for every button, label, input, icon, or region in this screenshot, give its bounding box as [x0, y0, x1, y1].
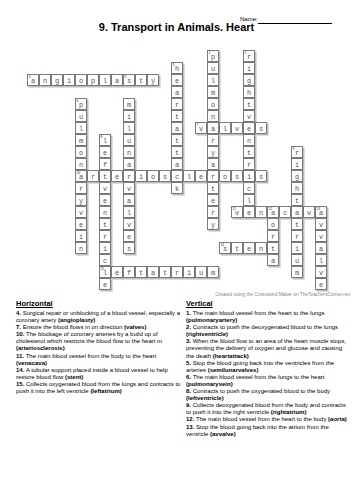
grid-cell[interactable]: s: [231, 170, 243, 182]
cell-letter: u: [292, 257, 302, 265]
grid-cell[interactable]: v: [123, 182, 135, 194]
grid-cell[interactable]: t: [291, 194, 303, 206]
cell-letter: r: [292, 233, 302, 241]
clue-item-answer: (semilunarvalves): [208, 367, 259, 373]
grid-cell[interactable]: g: [243, 74, 255, 86]
grid-cell[interactable]: h: [243, 86, 255, 98]
grid-cell[interactable]: t: [171, 134, 183, 146]
cell-letter: o: [148, 173, 158, 181]
cell-letter: s: [124, 245, 134, 253]
cell-letter: p: [208, 53, 218, 61]
grid-cell[interactable]: e: [243, 206, 255, 218]
grid-cell[interactable]: u: [123, 134, 135, 146]
grid-cell[interactable]: n: [255, 206, 267, 218]
cell-letter: h: [172, 65, 182, 73]
grid-cell[interactable]: 8l: [99, 134, 111, 146]
clue-item-text: A tubular support placed inside a blood …: [16, 367, 168, 380]
grid-cell[interactable]: r: [171, 266, 183, 278]
cell-letter: a: [124, 197, 134, 205]
grid-cell[interactable]: e: [99, 278, 111, 290]
grid-cell[interactable]: a: [315, 242, 327, 254]
cell-letter: r: [292, 149, 302, 157]
cell-letter: a: [112, 77, 122, 85]
grid-cell[interactable]: m: [291, 266, 303, 278]
cell-letter: h: [244, 89, 254, 97]
cell-letter: a: [208, 161, 218, 169]
grid-cell[interactable]: y: [207, 146, 219, 158]
grid-cell[interactable]: u: [291, 254, 303, 266]
clue-item-text: When the blood flow to an area of the he…: [186, 338, 346, 358]
clue-item-answer: (leftventricle): [186, 395, 224, 401]
cell-letter: i: [100, 245, 110, 253]
grid-cell[interactable]: y: [75, 194, 87, 206]
grid-cell[interactable]: 2r: [243, 50, 255, 62]
grid-cell[interactable]: t: [267, 242, 279, 254]
cell-letter: l: [244, 197, 254, 205]
grid-cell[interactable]: o: [75, 146, 87, 158]
clue-item: 6. The main blood vessel from the lungs …: [186, 374, 350, 388]
grid-cell[interactable]: e: [171, 74, 183, 86]
cell-letter: h: [292, 185, 302, 193]
cell-letter: n: [208, 113, 218, 121]
cell-letter: r: [124, 173, 134, 181]
clue-item-number: 3.: [186, 338, 193, 344]
clue-item: 11. The main blood vessel from the body …: [16, 353, 181, 367]
clue-item-text: The main blood vessel from the heart to …: [193, 310, 325, 316]
cell-letter: e: [172, 77, 182, 85]
grid-cell[interactable]: s: [255, 170, 267, 182]
grid-cell[interactable]: t: [135, 266, 147, 278]
cell-letter: r: [208, 209, 218, 217]
cell-letter: l: [124, 125, 134, 133]
cell-letter: l: [316, 257, 326, 265]
grid-cell[interactable]: l: [219, 122, 231, 134]
grid-cell[interactable]: i: [63, 74, 75, 86]
cell-letter: v: [304, 209, 314, 217]
clue-item-answer: (valves): [124, 324, 146, 330]
cell-letter: v: [232, 125, 242, 133]
clue-item-text: Contracts to push the deoxygenated blood…: [193, 324, 338, 330]
cell-letter: e: [112, 173, 122, 181]
cell-letter: a: [268, 209, 278, 217]
clue-item-answer: (arteriosclerosis): [16, 345, 65, 351]
grid-cell[interactable]: y: [207, 218, 219, 230]
cell-letter: i: [184, 269, 194, 277]
grid-cell[interactable]: a: [207, 158, 219, 170]
horizontal-clues-list: 4. Surgical repair or unblocking of a bl…: [16, 310, 181, 395]
cell-letter: v: [316, 221, 326, 229]
cell-letter: u: [124, 137, 134, 145]
grid-cell[interactable]: i: [291, 242, 303, 254]
cell-letter: s: [124, 77, 134, 85]
cell-letter: r: [88, 173, 98, 181]
grid-cell[interactable]: s: [123, 242, 135, 254]
cell-letter: a: [148, 269, 158, 277]
grid-cell[interactable]: m: [207, 86, 219, 98]
cell-letter: r: [172, 269, 182, 277]
grid-cell[interactable]: s: [255, 122, 267, 134]
clue-item-answer: (rightatrium): [271, 409, 307, 415]
grid-cell[interactable]: e: [315, 278, 327, 290]
clue-item-number: 8.: [186, 388, 193, 394]
grid-cell[interactable]: e: [99, 194, 111, 206]
grid-cell[interactable]: v: [303, 206, 315, 218]
crossword-grid: 1p2r3hui4angiopla5styelgamh6pmrotuitnvll…: [27, 50, 327, 290]
grid-cell[interactable]: r: [171, 98, 183, 110]
grid-cell[interactable]: u: [75, 110, 87, 122]
grid-cell[interactable]: r: [99, 230, 111, 242]
cell-letter: l: [76, 125, 86, 133]
grid-cell[interactable]: r: [267, 230, 279, 242]
clue-item-answer: (heartattack): [213, 353, 249, 359]
grid-cell[interactable]: v: [99, 182, 111, 194]
cell-letter: m: [208, 269, 218, 277]
grid-cell[interactable]: t: [231, 242, 243, 254]
grid-cell[interactable]: k: [171, 182, 183, 194]
grid-cell[interactable]: i: [99, 242, 111, 254]
cell-letter: c: [100, 257, 110, 265]
clue-item-text: Stop the blood going back into the atriu…: [186, 424, 329, 437]
grid-cell[interactable]: u: [207, 62, 219, 74]
grid-cell[interactable]: t: [171, 110, 183, 122]
grid-cell[interactable]: e: [207, 194, 219, 206]
grid-cell[interactable]: 15l: [99, 266, 111, 278]
grid-cell[interactable]: n: [75, 242, 87, 254]
cell-letter: i: [292, 161, 302, 169]
cell-letter: e: [244, 245, 254, 253]
grid-cell[interactable]: e: [195, 170, 207, 182]
cell-letter: n: [124, 149, 134, 157]
attribution-text: Created using the Crossword Maker on The…: [215, 292, 350, 297]
grid-cell[interactable]: r: [243, 158, 255, 170]
clue-item-number: 10.: [16, 331, 26, 337]
clue-item-number: 14.: [16, 367, 26, 373]
grid-cell[interactable]: a: [291, 206, 303, 218]
cell-letter: v: [232, 209, 242, 217]
cell-letter: r: [208, 137, 218, 145]
cell-letter: r: [172, 101, 182, 109]
grid-cell[interactable]: h: [291, 182, 303, 194]
cell-letter: e: [196, 173, 206, 181]
grid-cell[interactable]: i: [183, 266, 195, 278]
grid-cell[interactable]: 9r: [291, 146, 303, 158]
grid-cell[interactable]: n: [75, 158, 87, 170]
grid-cell[interactable]: i: [75, 230, 87, 242]
grid-cell[interactable]: 7v: [195, 122, 207, 134]
vertical-clues-list: 1. The main blood vessel from the heart …: [186, 310, 350, 438]
clue-item: 1. The main blood vessel from the heart …: [186, 310, 350, 324]
grid-cell[interactable]: i: [243, 170, 255, 182]
grid-cell[interactable]: a: [111, 74, 123, 86]
grid-cell[interactable]: v: [243, 110, 255, 122]
clue-item: 12. The main blood vessel from the heart…: [186, 416, 350, 423]
cell-letter: v: [124, 185, 134, 193]
grid-cell[interactable]: y: [147, 74, 159, 86]
grid-cell[interactable]: c: [279, 206, 291, 218]
grid-cell[interactable]: 6p: [75, 98, 87, 110]
cell-letter: c: [172, 173, 182, 181]
grid-cell[interactable]: m: [123, 98, 135, 110]
cell-letter: v: [316, 233, 326, 241]
cell-letter: e: [112, 269, 122, 277]
clue-item-text: The main blood vessel from the heart to …: [196, 416, 328, 422]
clue-item-answer: (rightventricle): [186, 331, 228, 337]
grid-cell[interactable]: 11v: [231, 206, 243, 218]
grid-cell[interactable]: s: [159, 170, 171, 182]
grid-cell[interactable]: i: [291, 158, 303, 170]
grid-cell[interactable]: l: [75, 122, 87, 134]
cell-letter: e: [76, 221, 86, 229]
grid-cell[interactable]: a: [171, 122, 183, 134]
grid-cell[interactable]: 12a: [267, 206, 279, 218]
cell-letter: l: [220, 125, 230, 133]
grid-cell[interactable]: m: [207, 266, 219, 278]
grid-cell[interactable]: c: [171, 170, 183, 182]
cell-letter: n: [256, 209, 266, 217]
grid-cell[interactable]: t: [291, 218, 303, 230]
horizontal-clues-header: Horizontal: [16, 299, 181, 308]
grid-cell[interactable]: e: [99, 146, 111, 158]
clue-item-number: 7.: [16, 324, 23, 330]
cell-letter: s: [256, 173, 266, 181]
grid-cell[interactable]: o: [147, 170, 159, 182]
grid-cell[interactable]: v: [315, 218, 327, 230]
cell-letter: e: [316, 281, 326, 289]
cell-letter: i: [244, 65, 254, 73]
cell-letter: l: [100, 77, 110, 85]
clue-item-number: 6.: [186, 374, 193, 380]
grid-cell[interactable]: 14s: [219, 242, 231, 254]
grid-cell[interactable]: g: [51, 74, 63, 86]
clue-item-answer: (avvalve): [210, 431, 236, 437]
grid-cell[interactable]: e: [243, 122, 255, 134]
grid-cell[interactable]: 3h: [171, 62, 183, 74]
cell-letter: v: [76, 209, 86, 217]
cell-letter: t: [100, 173, 110, 181]
cell-letter: l: [124, 209, 134, 217]
clue-item: 8. Contracts to push the oxygenated bloo…: [186, 388, 350, 402]
clue-item-number: 11.: [16, 353, 26, 359]
grid-cell[interactable]: a: [147, 266, 159, 278]
grid-cell[interactable]: 4a: [27, 74, 39, 86]
cell-letter: a: [124, 161, 134, 169]
grid-cell[interactable]: n: [39, 74, 51, 86]
cell-letter: v: [124, 221, 134, 229]
cell-letter: s: [160, 173, 170, 181]
clue-item: 14. A tubular support placed inside a bl…: [16, 367, 181, 381]
cell-letter: p: [76, 101, 86, 109]
clue-item-text: Contracts to push the oxygenated blood t…: [193, 388, 330, 394]
grid-cell[interactable]: e: [111, 266, 123, 278]
grid-cell[interactable]: a: [123, 158, 135, 170]
grid-cell[interactable]: 13a: [315, 206, 327, 218]
grid-cell[interactable]: l: [315, 254, 327, 266]
grid-cell[interactable]: a: [267, 254, 279, 266]
grid-cell[interactable]: f: [99, 158, 111, 170]
cell-letter: t: [292, 221, 302, 229]
grid-cell[interactable]: v: [123, 218, 135, 230]
cell-letter: t: [172, 113, 182, 121]
cell-letter: r: [268, 233, 278, 241]
cell-letter: n: [100, 209, 110, 217]
clue-item: 3. When the blood flow to an area of the…: [186, 338, 350, 359]
cell-letter: y: [208, 221, 218, 229]
clue-item: 7. Ensure the blood flows in on directio…: [16, 324, 181, 331]
clue-item-number: 4.: [16, 310, 23, 316]
grid-cell[interactable]: r: [207, 206, 219, 218]
cell-letter: t: [208, 185, 218, 193]
clue-item: 9. Collects deoxygenated blood from the …: [186, 402, 350, 416]
cell-letter: a: [316, 245, 326, 253]
grid-cell[interactable]: a: [171, 86, 183, 98]
cell-letter: i: [76, 233, 86, 241]
grid-cell[interactable]: n: [207, 110, 219, 122]
grid-cell[interactable]: m: [75, 134, 87, 146]
clue-item-answer: (stent): [65, 374, 83, 380]
cell-letter: t: [136, 77, 146, 85]
grid-cell[interactable]: f: [123, 266, 135, 278]
cell-letter: r: [100, 233, 110, 241]
cell-letter: m: [208, 89, 218, 97]
clue-item-answer: (angioplasty): [58, 317, 95, 323]
grid-cell[interactable]: r: [123, 170, 135, 182]
clue-item-answer: (aorta): [328, 416, 347, 422]
cell-letter: e: [100, 197, 110, 205]
clue-lists: Horizontal 4. Surgical repair or unblock…: [16, 299, 350, 438]
grid-cell[interactable]: e: [123, 230, 135, 242]
grid-cell[interactable]: v: [75, 206, 87, 218]
grid-cell[interactable]: r: [207, 134, 219, 146]
cell-letter: l: [208, 77, 218, 85]
grid-cell[interactable]: v: [231, 122, 243, 134]
grid-cell[interactable]: r: [207, 170, 219, 182]
clue-item-text: The main blood vessel from the lungs to …: [193, 374, 325, 380]
cell-letter: o: [268, 221, 278, 229]
grid-cell[interactable]: n: [123, 146, 135, 158]
cell-letter: i: [244, 173, 254, 181]
grid-cell[interactable]: n: [99, 206, 111, 218]
clue-item-number: 15.: [16, 381, 26, 387]
clue-item-number: 2.: [186, 324, 193, 330]
grid-cell[interactable]: a: [207, 122, 219, 134]
grid-cell[interactable]: i: [135, 170, 147, 182]
grid-cell[interactable]: l: [123, 206, 135, 218]
cell-letter: a: [172, 125, 182, 133]
grid-cell[interactable]: g: [291, 170, 303, 182]
cell-letter: n: [244, 137, 254, 145]
clue-item-text: Collects deoxygenated blood from the bod…: [186, 402, 346, 415]
clue-item-text: The main blood vessel from the body to t…: [26, 353, 156, 359]
cell-letter: r: [244, 161, 254, 169]
cell-letter: t: [244, 101, 254, 109]
cell-letter: i: [64, 77, 74, 85]
cell-letter: t: [160, 269, 170, 277]
horizontal-clues-section: Horizontal 4. Surgical repair or unblock…: [16, 299, 181, 438]
cell-letter: t: [172, 137, 182, 145]
cell-letter: e: [124, 233, 134, 241]
grid-cell[interactable]: a: [123, 194, 135, 206]
cell-letter: e: [100, 281, 110, 289]
grid-cell[interactable]: l: [207, 74, 219, 86]
grid-cell[interactable]: r: [75, 182, 87, 194]
clue-item-text: Ensure the blood flows in on direction: [23, 324, 124, 330]
cell-letter: n: [76, 161, 86, 169]
clue-item-answer: (leftatrium): [90, 388, 121, 394]
cell-letter: m: [76, 137, 86, 145]
clue-item-answer: (pulmonaryartery): [186, 317, 237, 323]
grid-cell[interactable]: t: [159, 266, 171, 278]
grid-cell[interactable]: t: [99, 170, 111, 182]
cell-letter: n: [256, 245, 266, 253]
grid-cell[interactable]: t: [99, 218, 111, 230]
grid-cell[interactable]: l: [123, 122, 135, 134]
grid-cell[interactable]: i: [123, 110, 135, 122]
clue-item: 13. Stop the blood going back into the a…: [186, 424, 350, 438]
grid-cell[interactable]: 10a: [75, 170, 87, 182]
grid-cell[interactable]: t: [135, 74, 147, 86]
grid-cell[interactable]: l: [243, 194, 255, 206]
cell-letter: t: [172, 149, 182, 157]
grid-cell[interactable]: l: [99, 74, 111, 86]
clue-item-text: The blockage of coronary arteries by a b…: [16, 331, 162, 344]
grid-cell[interactable]: o: [75, 74, 87, 86]
cell-letter: m: [124, 101, 134, 109]
cell-letter: t: [292, 197, 302, 205]
grid-cell[interactable]: n: [243, 134, 255, 146]
cell-letter: t: [232, 245, 242, 253]
grid-cell[interactable]: c: [99, 254, 111, 266]
grid-cell[interactable]: 1p: [207, 50, 219, 62]
cell-letter: u: [208, 65, 218, 73]
grid-cell[interactable]: t: [243, 98, 255, 110]
grid-cell[interactable]: u: [195, 266, 207, 278]
grid-cell[interactable]: c: [243, 182, 255, 194]
cell-letter: a: [316, 209, 326, 217]
cell-letter: i: [136, 173, 146, 181]
cell-letter: o: [220, 173, 230, 181]
cell-letter: u: [196, 269, 206, 277]
grid-cell[interactable]: e: [75, 218, 87, 230]
grid-cell[interactable]: n: [255, 242, 267, 254]
grid-cell[interactable]: i: [243, 62, 255, 74]
grid-cell[interactable]: o: [267, 218, 279, 230]
grid-cell[interactable]: l: [183, 170, 195, 182]
cell-letter: a: [172, 161, 182, 169]
cell-letter: t: [136, 269, 146, 277]
grid-cell[interactable]: t: [243, 146, 255, 158]
cell-letter: g: [292, 173, 302, 181]
cell-letter: a: [76, 173, 86, 181]
grid-cell[interactable]: t: [171, 146, 183, 158]
grid-cell[interactable]: e: [243, 242, 255, 254]
cell-letter: y: [148, 77, 158, 85]
cell-letter: f: [100, 161, 110, 169]
grid-cell[interactable]: e: [111, 170, 123, 182]
grid-cell[interactable]: a: [171, 158, 183, 170]
grid-cell[interactable]: v: [315, 266, 327, 278]
cell-letter: s: [256, 125, 266, 133]
grid-cell[interactable]: r: [87, 170, 99, 182]
grid-cell[interactable]: r: [291, 230, 303, 242]
cell-letter: t: [268, 245, 278, 253]
cell-letter: r: [208, 173, 218, 181]
grid-cell[interactable]: o: [219, 170, 231, 182]
grid-cell[interactable]: t: [207, 182, 219, 194]
grid-cell[interactable]: 5s: [123, 74, 135, 86]
grid-cell[interactable]: v: [315, 230, 327, 242]
grid-cell[interactable]: p: [87, 74, 99, 86]
grid-cell[interactable]: o: [207, 98, 219, 110]
